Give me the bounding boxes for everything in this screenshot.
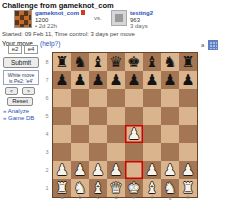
black-pawn: ♟ <box>179 71 197 89</box>
black-pawn: ♟ <box>89 71 107 89</box>
player2-time: 3 days <box>130 23 148 29</box>
square-d2[interactable]: ♟ <box>107 161 125 179</box>
square-e6[interactable] <box>125 89 143 107</box>
black-knight: ♞ <box>161 53 179 71</box>
black-pawn: ♟ <box>107 71 125 89</box>
player2-avatar-glyph <box>115 14 123 22</box>
square-g3[interactable] <box>161 143 179 161</box>
gameknot-challenge-page: Challenge from gameknot_com gameknot_com… <box>0 0 225 200</box>
square-f7[interactable]: ♟ <box>143 71 161 89</box>
white-pawn: ♟ <box>89 161 107 179</box>
square-c6[interactable] <box>89 89 107 107</box>
square-g2[interactable]: ♟ <box>161 161 179 179</box>
analyze-link-text[interactable]: » Analyze <box>3 108 29 114</box>
square-d6[interactable] <box>107 89 125 107</box>
square-a2[interactable]: ♟ <box>53 161 71 179</box>
square-h5[interactable] <box>179 107 197 125</box>
square-c3[interactable] <box>89 143 107 161</box>
move-to-input[interactable]: e4 <box>24 45 38 54</box>
square-d8[interactable]: ♛ <box>107 53 125 71</box>
square-b3[interactable] <box>71 143 89 161</box>
move-info-box: White move is Pe2: 'e4' <box>3 70 39 85</box>
black-bishop: ♝ <box>143 53 161 71</box>
square-b8[interactable]: ♞ <box>71 53 89 71</box>
square-a7[interactable]: ♟ <box>53 71 71 89</box>
reset-button[interactable]: Reset <box>7 97 33 106</box>
vs-label: vs. <box>94 15 102 21</box>
square-f8[interactable]: ♝ <box>143 53 161 71</box>
black-pawn: ♟ <box>71 71 89 89</box>
white-pawn: ♟ <box>143 161 161 179</box>
board-grid-icon[interactable] <box>208 40 218 50</box>
white-pawn: ♟ <box>71 161 89 179</box>
square-f3[interactable] <box>143 143 161 161</box>
square-f5[interactable] <box>143 107 161 125</box>
square-h6[interactable] <box>179 89 197 107</box>
square-e7[interactable]: ♟ <box>125 71 143 89</box>
submit-move-button[interactable]: Submit <box>3 57 39 68</box>
player1-avatar <box>14 10 32 28</box>
square-f6[interactable] <box>143 89 161 107</box>
chess-board[interactable]: ♜♞♝♛♚♝♞♜♟♟♟♟♟♟♟♟♟♟♟♟♟♟♟♟♜♞♝♛♚♝♞♜ <box>52 52 198 198</box>
square-d5[interactable] <box>107 107 125 125</box>
square-g7[interactable]: ♟ <box>161 71 179 89</box>
player2-name[interactable]: testing2 <box>130 10 153 16</box>
file-label-a: a <box>53 195 71 200</box>
prev-move-button[interactable]: < <box>5 87 18 95</box>
file-label-g: g <box>161 195 179 200</box>
square-d7[interactable]: ♟ <box>107 71 125 89</box>
rank-label-8: 8 <box>44 53 50 71</box>
rank-label-6: 6 <box>44 89 50 107</box>
rank-label-1: 1 <box>44 179 50 197</box>
square-a4[interactable] <box>53 125 71 143</box>
rank-label-5: 5 <box>44 107 50 125</box>
square-b7[interactable]: ♟ <box>71 71 89 89</box>
white-pawn: ♟ <box>179 161 197 179</box>
white-pawn: ♟ <box>107 161 125 179</box>
black-rook: ♜ <box>53 53 71 71</box>
square-g6[interactable] <box>161 89 179 107</box>
square-d4[interactable] <box>107 125 125 143</box>
rank-label-3: 3 <box>44 143 50 161</box>
square-e4[interactable]: ♟ <box>125 125 143 143</box>
square-e2[interactable] <box>125 161 143 179</box>
white-pawn: ♟ <box>125 125 143 143</box>
square-f2[interactable]: ♟ <box>143 161 161 179</box>
analyze-link[interactable]: » Analyze <box>3 108 29 114</box>
square-c8[interactable]: ♝ <box>89 53 107 71</box>
white-pawn: ♟ <box>53 161 71 179</box>
black-pawn: ♟ <box>161 71 179 89</box>
file-label-c: c <box>89 195 107 200</box>
black-pawn: ♟ <box>53 71 71 89</box>
square-e5[interactable] <box>125 107 143 125</box>
rank-label-2: 2 <box>44 161 50 179</box>
player2-name-link[interactable]: testing2 <box>130 10 153 16</box>
white-pawn: ♟ <box>161 161 179 179</box>
square-e8[interactable]: ♚ <box>125 53 143 71</box>
game-info-line: Started: 09 Feb 11, Time control: 3 days… <box>2 31 135 37</box>
square-a3[interactable] <box>53 143 71 161</box>
black-pawn: ♟ <box>125 71 143 89</box>
player1-name[interactable]: gameknot_com <box>35 10 79 16</box>
square-c2[interactable]: ♟ <box>89 161 107 179</box>
file-label-h: h <box>179 195 197 200</box>
player1-badge-icon <box>81 10 85 15</box>
square-b6[interactable] <box>71 89 89 107</box>
square-h4[interactable] <box>179 125 197 143</box>
square-g8[interactable]: ♞ <box>161 53 179 71</box>
square-a6[interactable] <box>53 89 71 107</box>
black-queen: ♛ <box>107 53 125 71</box>
square-h8[interactable]: ♜ <box>179 53 197 71</box>
page-title: Challenge from gameknot_com <box>2 1 114 10</box>
square-a5[interactable] <box>53 107 71 125</box>
square-h7[interactable]: ♟ <box>179 71 197 89</box>
next-move-button[interactable]: > <box>22 87 35 95</box>
black-knight: ♞ <box>71 53 89 71</box>
square-a8[interactable]: ♜ <box>53 53 71 71</box>
player2-avatar <box>111 10 127 26</box>
square-b4[interactable] <box>71 125 89 143</box>
player1-time: • 2d 22h <box>35 23 57 29</box>
rank-label-7: 7 <box>44 71 50 89</box>
file-label-b: b <box>71 195 89 200</box>
game-db-link[interactable]: » Game DB <box>3 115 34 121</box>
square-b5[interactable] <box>71 107 89 125</box>
file-label-d: d <box>107 195 125 200</box>
square-g4[interactable] <box>161 125 179 143</box>
move-from-input[interactable]: e2 <box>8 45 22 54</box>
square-h2[interactable]: ♟ <box>179 161 197 179</box>
game-db-link-text[interactable]: » Game DB <box>3 115 34 121</box>
player1-name-link[interactable]: gameknot_com <box>35 10 85 16</box>
move-info-line2: is Pe2: 'e4' <box>4 78 38 84</box>
help-link[interactable]: (help?) <box>40 40 60 47</box>
black-king: ♚ <box>125 53 143 71</box>
square-c7[interactable]: ♟ <box>89 71 107 89</box>
square-h3[interactable] <box>179 143 197 161</box>
square-d3[interactable] <box>107 143 125 161</box>
rank-label-4: 4 <box>44 125 50 143</box>
file-label-f: f <box>143 195 161 200</box>
coordinates-toggle-icon[interactable]: a <box>201 42 204 48</box>
square-g5[interactable] <box>161 107 179 125</box>
square-b2[interactable]: ♟ <box>71 161 89 179</box>
square-f4[interactable] <box>143 125 161 143</box>
square-c5[interactable] <box>89 107 107 125</box>
file-label-e: e <box>125 195 143 200</box>
square-c4[interactable] <box>89 125 107 143</box>
black-rook: ♜ <box>179 53 197 71</box>
square-e3[interactable] <box>125 143 143 161</box>
black-pawn: ♟ <box>143 71 161 89</box>
black-bishop: ♝ <box>89 53 107 71</box>
